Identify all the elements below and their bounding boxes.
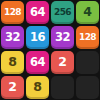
tile-4[interactable]: 4 xyxy=(76,1,99,24)
empty-cell[interactable] xyxy=(76,76,99,99)
tile-32[interactable]: 32 xyxy=(1,26,24,49)
tile-128[interactable]: 128 xyxy=(76,26,99,49)
tile-256[interactable]: 256 xyxy=(51,1,74,24)
tile-64[interactable]: 64 xyxy=(26,51,49,74)
empty-cell[interactable] xyxy=(51,76,74,99)
game-board[interactable]: 128642564321632128864228 xyxy=(0,0,100,100)
tile-32[interactable]: 32 xyxy=(51,26,74,49)
tile-64[interactable]: 64 xyxy=(26,1,49,24)
tile-8[interactable]: 8 xyxy=(26,76,49,99)
tile-2[interactable]: 2 xyxy=(1,76,24,99)
empty-cell[interactable] xyxy=(76,51,99,74)
tile-16[interactable]: 16 xyxy=(26,26,49,49)
tile-2[interactable]: 2 xyxy=(51,51,74,74)
tile-128[interactable]: 128 xyxy=(1,1,24,24)
tile-8[interactable]: 8 xyxy=(1,51,24,74)
